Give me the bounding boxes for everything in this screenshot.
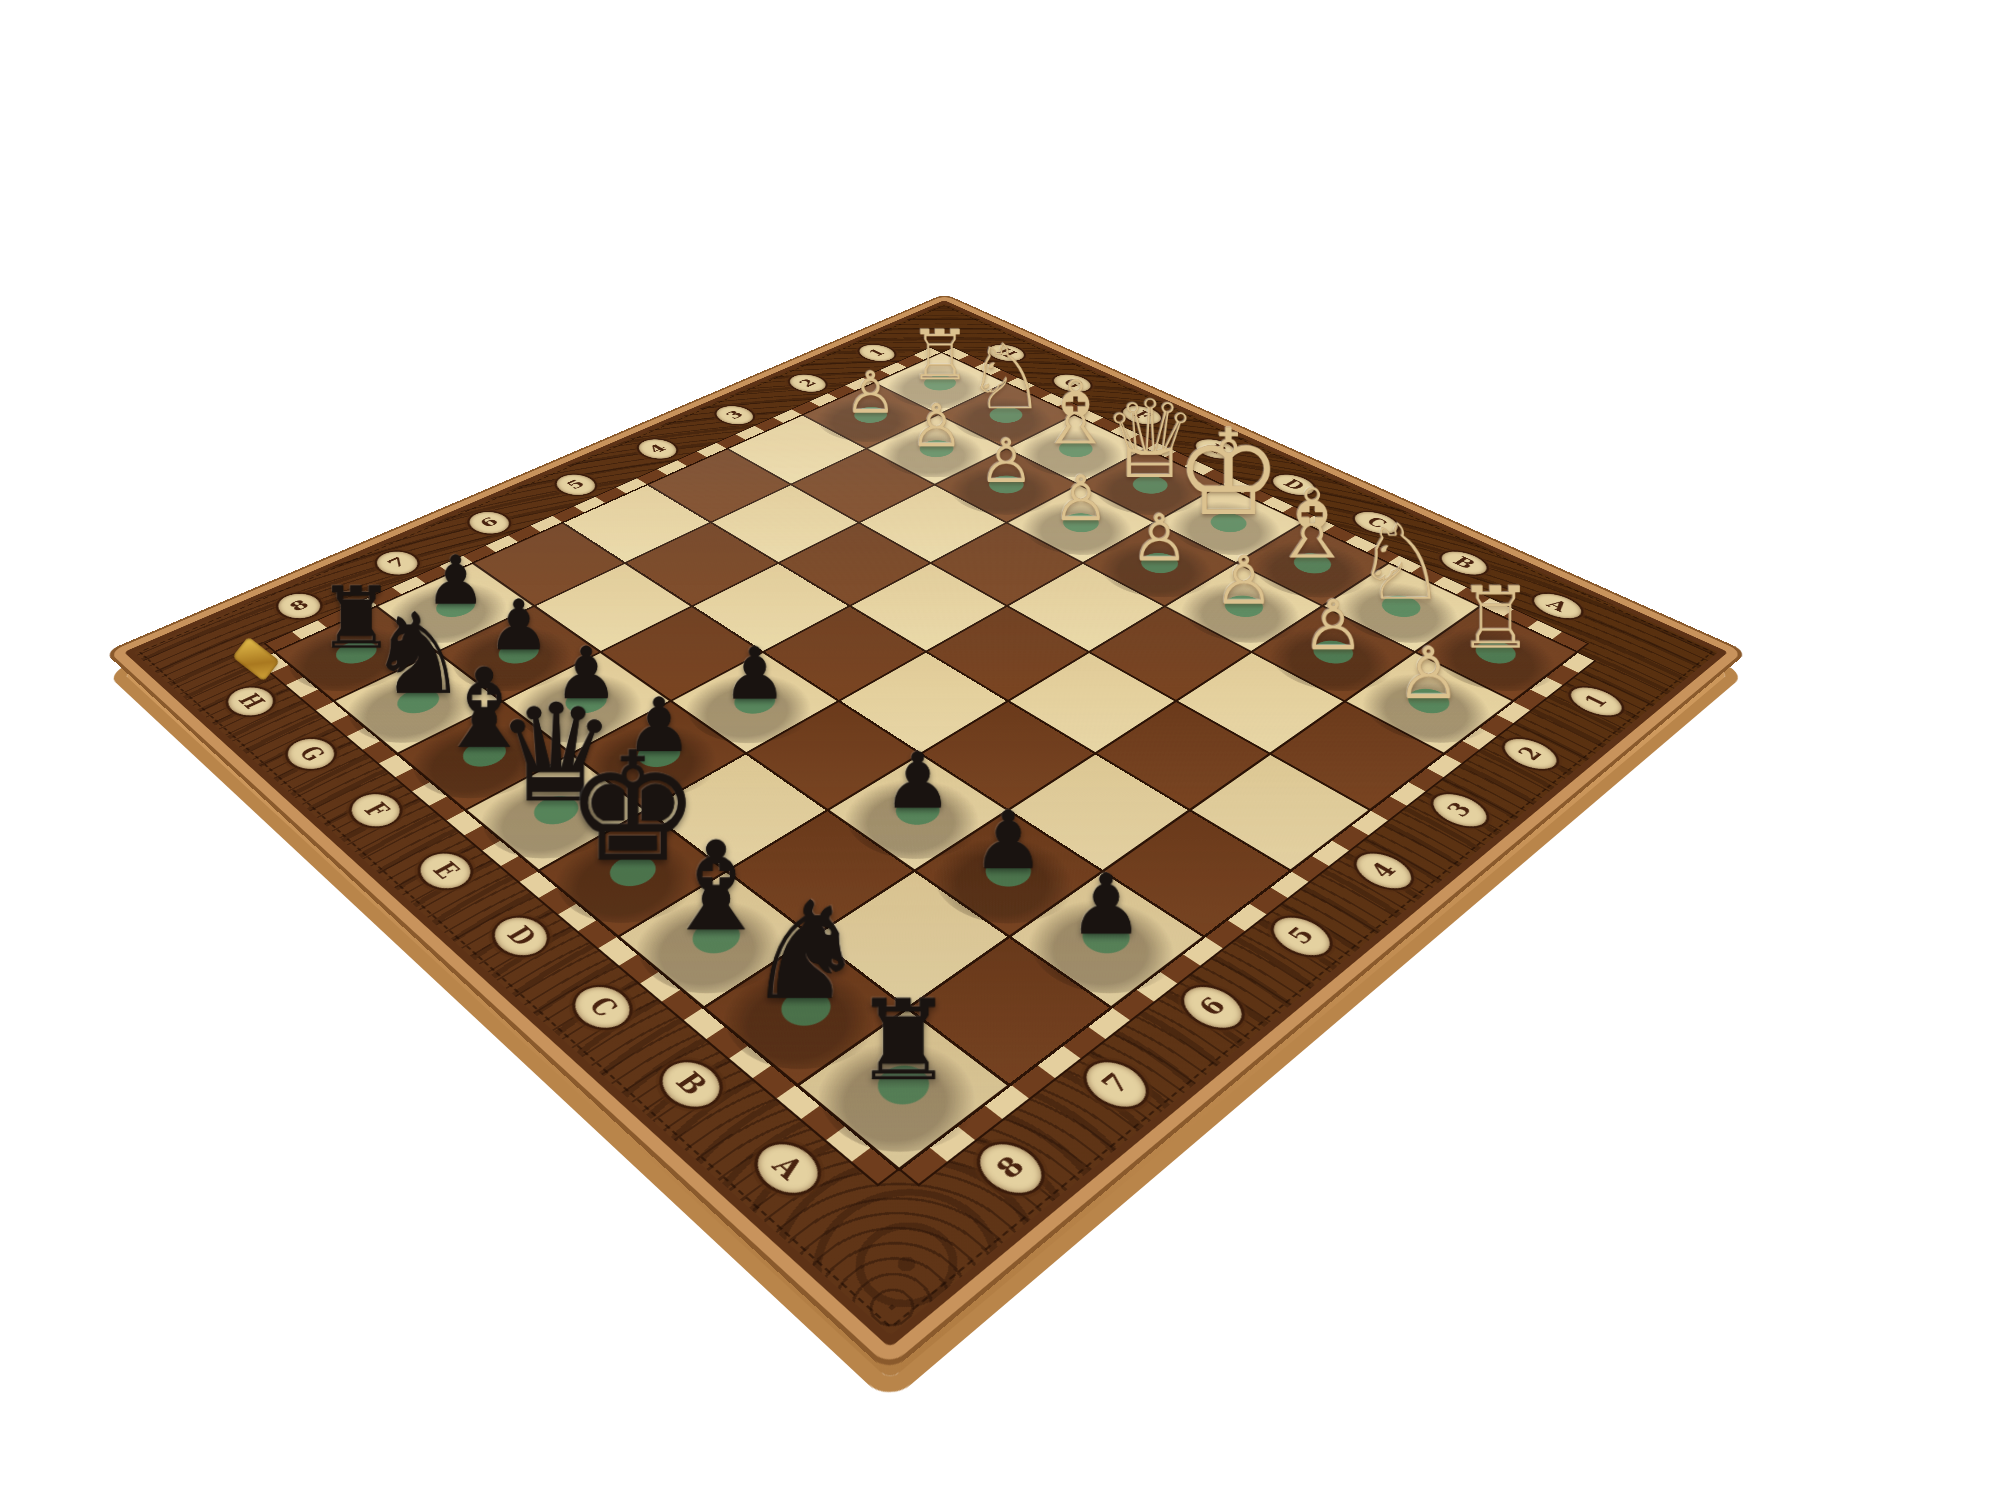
rank-label: 7 — [1096, 1069, 1136, 1099]
board-tilt-container: ABCDEFGH ABCDEFGH 87654321 87654321 ♜♞♝♚… — [348, 98, 1652, 1402]
file-label: F — [358, 799, 394, 821]
rank-medallion-3: 3 — [1420, 785, 1500, 835]
rook-glyph: ♜ — [854, 989, 954, 1095]
rank-medallion-8: 8 — [963, 1131, 1059, 1207]
file-medallion-C: C — [560, 976, 646, 1040]
knight-glyph: ♞ — [745, 888, 866, 1016]
pawn-glyph: ♟ — [1069, 866, 1144, 945]
file-medallion-F: F — [338, 785, 413, 835]
pawn-glyph: ♟ — [723, 640, 788, 708]
rank-label: 4 — [1365, 859, 1402, 883]
rank-label: 6 — [1193, 993, 1232, 1021]
rook-glyph: ♖ — [1458, 578, 1534, 659]
pawn-glyph: ♙ — [1302, 593, 1364, 659]
pawn-glyph: ♙ — [1397, 640, 1462, 708]
rank-label: 2 — [1513, 744, 1548, 764]
pawn-glyph: ♟ — [973, 803, 1045, 879]
file-medallion-A: A — [740, 1131, 835, 1207]
rank-medallion-1: 1 — [1559, 680, 1634, 724]
file-label: E — [426, 859, 464, 884]
rank-medallion-4: 4 — [1343, 844, 1425, 898]
file-medallion-E: E — [406, 844, 485, 898]
rank-medallion-7: 7 — [1070, 1050, 1162, 1119]
rank-medallion-2: 2 — [1492, 731, 1569, 778]
rank-label: 3 — [1442, 799, 1478, 821]
pawn-glyph: ♟ — [883, 744, 952, 817]
file-label: C — [582, 993, 624, 1022]
chess-scene: ABCDEFGH ABCDEFGH 87654321 87654321 ♜♞♝♚… — [0, 0, 2000, 1500]
file-medallion-G: G — [275, 731, 348, 778]
chess-board: ABCDEFGH ABCDEFGH 87654321 87654321 ♜♞♝♚… — [124, 300, 1728, 1348]
file-medallion-B: B — [646, 1050, 736, 1119]
